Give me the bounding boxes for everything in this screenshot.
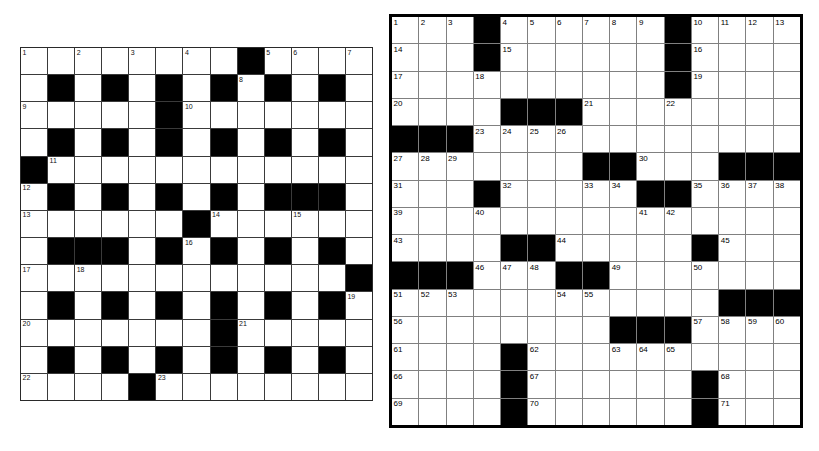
- white-cell-r2c10[interactable]: [637, 44, 663, 70]
- white-cell-r12c5[interactable]: [129, 347, 155, 373]
- white-cell-r11c6[interactable]: [528, 290, 554, 316]
- white-cell-r7c8[interactable]: 33: [583, 181, 609, 207]
- white-cell-r6c10[interactable]: 30: [637, 153, 663, 179]
- white-cell-r13c13[interactable]: [719, 344, 745, 370]
- white-cell-r13c11[interactable]: [292, 374, 318, 400]
- white-cell-r4c7[interactable]: [183, 129, 209, 155]
- white-cell-r11c7[interactable]: [183, 320, 209, 346]
- white-cell-r8c10[interactable]: 41: [637, 208, 663, 234]
- white-cell-r4c2[interactable]: [419, 99, 445, 125]
- white-cell-r2c8[interactable]: [583, 44, 609, 70]
- white-cell-r3c5[interactable]: [129, 102, 155, 128]
- white-cell-r12c14[interactable]: 59: [746, 317, 772, 343]
- white-cell-r13c13[interactable]: [346, 374, 372, 400]
- white-cell-r10c10[interactable]: [637, 262, 663, 288]
- white-cell-r13c4[interactable]: [102, 374, 128, 400]
- white-cell-r12c8[interactable]: [583, 317, 609, 343]
- white-cell-r15c7[interactable]: [556, 399, 582, 425]
- white-cell-r8c13[interactable]: [346, 238, 372, 264]
- white-cell-r5c9[interactable]: [238, 157, 264, 183]
- white-cell-r8c4[interactable]: 40: [474, 208, 500, 234]
- white-cell-r5c7[interactable]: 26: [556, 126, 582, 152]
- white-cell-r10c13[interactable]: 19: [346, 292, 372, 318]
- white-cell-r1c2[interactable]: [48, 48, 74, 74]
- white-cell-r3c14[interactable]: [746, 72, 772, 98]
- white-cell-r12c11[interactable]: [292, 347, 318, 373]
- white-cell-r6c3[interactable]: [75, 184, 101, 210]
- white-cell-r6c13[interactable]: [346, 184, 372, 210]
- white-cell-r1c12[interactable]: 10: [692, 17, 718, 43]
- white-cell-r6c2[interactable]: 28: [419, 153, 445, 179]
- white-cell-r14c10[interactable]: [637, 371, 663, 397]
- white-cell-r1c4[interactable]: [102, 48, 128, 74]
- white-cell-r1c8[interactable]: [211, 48, 237, 74]
- white-cell-r15c15[interactable]: [774, 399, 800, 425]
- white-cell-r1c5[interactable]: 4: [501, 17, 527, 43]
- white-cell-r15c13[interactable]: 71: [719, 399, 745, 425]
- white-cell-r11c3[interactable]: 53: [447, 290, 473, 316]
- white-cell-r10c5[interactable]: 47: [501, 262, 527, 288]
- white-cell-r11c4[interactable]: [474, 290, 500, 316]
- white-cell-r13c9[interactable]: [238, 374, 264, 400]
- white-cell-r12c7[interactable]: [183, 347, 209, 373]
- white-cell-r3c10[interactable]: [637, 72, 663, 98]
- white-cell-r7c3[interactable]: [75, 211, 101, 237]
- white-cell-r13c2[interactable]: [419, 344, 445, 370]
- white-cell-r7c5[interactable]: 32: [501, 181, 527, 207]
- white-cell-r8c1[interactable]: 39: [392, 208, 418, 234]
- white-cell-r9c10[interactable]: [265, 265, 291, 291]
- white-cell-r2c5[interactable]: [129, 75, 155, 101]
- white-cell-r6c1[interactable]: 27: [392, 153, 418, 179]
- white-cell-r2c7[interactable]: [556, 44, 582, 70]
- white-cell-r7c3[interactable]: [447, 181, 473, 207]
- white-cell-r11c10[interactable]: [265, 320, 291, 346]
- white-cell-r3c8[interactable]: [583, 72, 609, 98]
- white-cell-r8c1[interactable]: [21, 238, 47, 264]
- white-cell-r9c7[interactable]: 44: [556, 235, 582, 261]
- white-cell-r11c5[interactable]: [501, 290, 527, 316]
- white-cell-r9c1[interactable]: 43: [392, 235, 418, 261]
- white-cell-r6c12[interactable]: [692, 153, 718, 179]
- white-cell-r3c11[interactable]: [292, 102, 318, 128]
- white-cell-r5c5[interactable]: 24: [501, 126, 527, 152]
- white-cell-r3c15[interactable]: [774, 72, 800, 98]
- white-cell-r9c8[interactable]: [583, 235, 609, 261]
- white-cell-r5c4[interactable]: [102, 157, 128, 183]
- white-cell-r13c1[interactable]: 22: [21, 374, 47, 400]
- white-cell-r6c7[interactable]: [556, 153, 582, 179]
- white-cell-r12c7[interactable]: [556, 317, 582, 343]
- white-cell-r5c2[interactable]: 11: [48, 157, 74, 183]
- white-cell-r10c14[interactable]: [746, 262, 772, 288]
- white-cell-r5c6[interactable]: 25: [528, 126, 554, 152]
- white-cell-r4c3[interactable]: [75, 129, 101, 155]
- white-cell-r5c14[interactable]: [746, 126, 772, 152]
- white-cell-r4c9[interactable]: [610, 99, 636, 125]
- white-cell-r3c5[interactable]: [501, 72, 527, 98]
- white-cell-r5c11[interactable]: [292, 157, 318, 183]
- white-cell-r3c2[interactable]: [419, 72, 445, 98]
- white-cell-r3c1[interactable]: 17: [392, 72, 418, 98]
- white-cell-r1c1[interactable]: 1: [21, 48, 47, 74]
- white-cell-r8c5[interactable]: [129, 238, 155, 264]
- white-cell-r11c13[interactable]: [346, 320, 372, 346]
- white-cell-r1c10[interactable]: 5: [265, 48, 291, 74]
- white-cell-r13c14[interactable]: [746, 344, 772, 370]
- white-cell-r10c4[interactable]: 46: [474, 262, 500, 288]
- white-cell-r7c13[interactable]: [346, 211, 372, 237]
- white-cell-r11c4[interactable]: [102, 320, 128, 346]
- white-cell-r9c2[interactable]: [419, 235, 445, 261]
- white-cell-r1c6[interactable]: [156, 48, 182, 74]
- white-cell-r2c15[interactable]: [774, 44, 800, 70]
- white-cell-r8c5[interactable]: [501, 208, 527, 234]
- white-cell-r7c4[interactable]: [102, 211, 128, 237]
- white-cell-r11c10[interactable]: [637, 290, 663, 316]
- white-cell-r2c5[interactable]: 15: [501, 44, 527, 70]
- white-cell-r3c3[interactable]: [75, 102, 101, 128]
- white-cell-r3c6[interactable]: [528, 72, 554, 98]
- white-cell-r11c11[interactable]: [665, 290, 691, 316]
- white-cell-r8c7[interactable]: 16: [183, 238, 209, 264]
- white-cell-r14c3[interactable]: [447, 371, 473, 397]
- white-cell-r4c3[interactable]: [447, 99, 473, 125]
- white-cell-r14c14[interactable]: [746, 371, 772, 397]
- white-cell-r5c5[interactable]: [129, 157, 155, 183]
- white-cell-r11c12[interactable]: [692, 290, 718, 316]
- white-cell-r1c1[interactable]: 1: [392, 17, 418, 43]
- white-cell-r13c7[interactable]: [556, 344, 582, 370]
- white-cell-r13c8[interactable]: [583, 344, 609, 370]
- white-cell-r4c9[interactable]: [238, 129, 264, 155]
- white-cell-r9c5[interactable]: [129, 265, 155, 291]
- white-cell-r1c5[interactable]: 3: [129, 48, 155, 74]
- white-cell-r12c1[interactable]: [21, 347, 47, 373]
- white-cell-r9c11[interactable]: [665, 235, 691, 261]
- white-cell-r4c1[interactable]: [21, 129, 47, 155]
- white-cell-r3c7[interactable]: 10: [183, 102, 209, 128]
- white-cell-r3c3[interactable]: [447, 72, 473, 98]
- white-cell-r8c11[interactable]: 42: [665, 208, 691, 234]
- white-cell-r7c8[interactable]: 14: [211, 211, 237, 237]
- white-cell-r1c13[interactable]: 7: [346, 48, 372, 74]
- white-cell-r7c12[interactable]: [319, 211, 345, 237]
- white-cell-r2c1[interactable]: [21, 75, 47, 101]
- white-cell-r1c3[interactable]: 3: [447, 17, 473, 43]
- white-cell-r1c2[interactable]: 2: [419, 17, 445, 43]
- white-cell-r7c10[interactable]: [265, 211, 291, 237]
- white-cell-r2c13[interactable]: [346, 75, 372, 101]
- white-cell-r11c3[interactable]: [75, 320, 101, 346]
- white-cell-r2c3[interactable]: [447, 44, 473, 70]
- white-cell-r7c2[interactable]: [48, 211, 74, 237]
- white-cell-r14c2[interactable]: [419, 371, 445, 397]
- white-cell-r11c9[interactable]: [610, 290, 636, 316]
- white-cell-r3c4[interactable]: 18: [474, 72, 500, 98]
- white-cell-r12c5[interactable]: [501, 317, 527, 343]
- white-cell-r7c15[interactable]: 38: [774, 181, 800, 207]
- white-cell-r7c6[interactable]: [156, 211, 182, 237]
- white-cell-r13c3[interactable]: [447, 344, 473, 370]
- white-cell-r2c13[interactable]: [719, 44, 745, 70]
- white-cell-r9c13[interactable]: 45: [719, 235, 745, 261]
- white-cell-r15c11[interactable]: [665, 399, 691, 425]
- white-cell-r10c12[interactable]: 50: [692, 262, 718, 288]
- white-cell-r8c8[interactable]: [583, 208, 609, 234]
- white-cell-r11c1[interactable]: 51: [392, 290, 418, 316]
- white-cell-r15c6[interactable]: 70: [528, 399, 554, 425]
- white-cell-r8c9[interactable]: [610, 208, 636, 234]
- white-cell-r3c12[interactable]: 19: [692, 72, 718, 98]
- white-cell-r2c2[interactable]: [419, 44, 445, 70]
- white-cell-r5c11[interactable]: [665, 126, 691, 152]
- white-cell-r11c12[interactable]: [319, 320, 345, 346]
- white-cell-r6c5[interactable]: [129, 184, 155, 210]
- white-cell-r1c6[interactable]: 5: [528, 17, 554, 43]
- white-cell-r5c8[interactable]: [583, 126, 609, 152]
- white-cell-r4c15[interactable]: [774, 99, 800, 125]
- white-cell-r8c2[interactable]: [419, 208, 445, 234]
- white-cell-r14c13[interactable]: 68: [719, 371, 745, 397]
- white-cell-r1c11[interactable]: 6: [292, 48, 318, 74]
- white-cell-r10c13[interactable]: [719, 262, 745, 288]
- white-cell-r5c12[interactable]: [319, 157, 345, 183]
- white-cell-r3c4[interactable]: [102, 102, 128, 128]
- white-cell-r5c3[interactable]: [75, 157, 101, 183]
- white-cell-r10c1[interactable]: [21, 292, 47, 318]
- white-cell-r9c6[interactable]: [156, 265, 182, 291]
- white-cell-r3c13[interactable]: [719, 72, 745, 98]
- white-cell-r5c6[interactable]: [156, 157, 182, 183]
- white-cell-r7c1[interactable]: 31: [392, 181, 418, 207]
- white-cell-r10c7[interactable]: [183, 292, 209, 318]
- white-cell-r3c9[interactable]: [610, 72, 636, 98]
- white-cell-r7c6[interactable]: [528, 181, 554, 207]
- white-cell-r10c11[interactable]: [665, 262, 691, 288]
- white-cell-r2c12[interactable]: 16: [692, 44, 718, 70]
- white-cell-r5c10[interactable]: [637, 126, 663, 152]
- white-cell-r13c6[interactable]: 23: [156, 374, 182, 400]
- white-cell-r5c13[interactable]: [346, 157, 372, 183]
- white-cell-r13c7[interactable]: [183, 374, 209, 400]
- white-cell-r14c1[interactable]: 66: [392, 371, 418, 397]
- white-cell-r1c7[interactable]: 4: [183, 48, 209, 74]
- white-cell-r11c9[interactable]: 21: [238, 320, 264, 346]
- white-cell-r1c10[interactable]: 9: [637, 17, 663, 43]
- white-cell-r4c5[interactable]: [129, 129, 155, 155]
- white-cell-r7c13[interactable]: 36: [719, 181, 745, 207]
- white-cell-r13c10[interactable]: 64: [637, 344, 663, 370]
- white-cell-r13c12[interactable]: [692, 344, 718, 370]
- white-cell-r10c5[interactable]: [129, 292, 155, 318]
- white-cell-r1c7[interactable]: 6: [556, 17, 582, 43]
- white-cell-r6c7[interactable]: [183, 184, 209, 210]
- white-cell-r13c1[interactable]: 61: [392, 344, 418, 370]
- white-cell-r10c9[interactable]: [238, 292, 264, 318]
- white-cell-r13c15[interactable]: [774, 344, 800, 370]
- white-cell-r2c3[interactable]: [75, 75, 101, 101]
- white-cell-r2c14[interactable]: [746, 44, 772, 70]
- white-cell-r6c1[interactable]: 12: [21, 184, 47, 210]
- white-cell-r13c11[interactable]: 65: [665, 344, 691, 370]
- white-cell-r1c8[interactable]: 7: [583, 17, 609, 43]
- white-cell-r10c3[interactable]: [75, 292, 101, 318]
- white-cell-r9c1[interactable]: 17: [21, 265, 47, 291]
- white-cell-r11c11[interactable]: [292, 320, 318, 346]
- white-cell-r15c1[interactable]: 69: [392, 399, 418, 425]
- white-cell-r9c7[interactable]: [183, 265, 209, 291]
- white-cell-r12c9[interactable]: [238, 347, 264, 373]
- white-cell-r1c14[interactable]: 12: [746, 17, 772, 43]
- white-cell-r4c4[interactable]: [474, 99, 500, 125]
- white-cell-r3c13[interactable]: [346, 102, 372, 128]
- white-cell-r2c1[interactable]: 14: [392, 44, 418, 70]
- white-cell-r4c13[interactable]: [346, 129, 372, 155]
- white-cell-r6c6[interactable]: [528, 153, 554, 179]
- white-cell-r8c12[interactable]: [692, 208, 718, 234]
- white-cell-r3c1[interactable]: 9: [21, 102, 47, 128]
- white-cell-r3c10[interactable]: [265, 102, 291, 128]
- white-cell-r13c9[interactable]: 63: [610, 344, 636, 370]
- white-cell-r9c3[interactable]: [447, 235, 473, 261]
- white-cell-r13c2[interactable]: [48, 374, 74, 400]
- white-cell-r9c8[interactable]: [211, 265, 237, 291]
- white-cell-r7c12[interactable]: 35: [692, 181, 718, 207]
- white-cell-r12c13[interactable]: 58: [719, 317, 745, 343]
- white-cell-r4c11[interactable]: [292, 129, 318, 155]
- white-cell-r14c8[interactable]: [583, 371, 609, 397]
- white-cell-r5c8[interactable]: [211, 157, 237, 183]
- white-cell-r15c10[interactable]: [637, 399, 663, 425]
- white-cell-r6c11[interactable]: [665, 153, 691, 179]
- white-cell-r11c5[interactable]: [129, 320, 155, 346]
- white-cell-r3c12[interactable]: [319, 102, 345, 128]
- white-cell-r4c13[interactable]: [719, 99, 745, 125]
- white-cell-r7c1[interactable]: 13: [21, 211, 47, 237]
- white-cell-r5c13[interactable]: [719, 126, 745, 152]
- white-cell-r12c13[interactable]: [346, 347, 372, 373]
- white-cell-r3c8[interactable]: [211, 102, 237, 128]
- white-cell-r1c12[interactable]: [319, 48, 345, 74]
- white-cell-r6c5[interactable]: [501, 153, 527, 179]
- white-cell-r3c9[interactable]: [238, 102, 264, 128]
- white-cell-r11c2[interactable]: [48, 320, 74, 346]
- white-cell-r9c12[interactable]: [319, 265, 345, 291]
- white-cell-r2c9[interactable]: [610, 44, 636, 70]
- white-cell-r10c6[interactable]: 48: [528, 262, 554, 288]
- white-cell-r5c9[interactable]: [610, 126, 636, 152]
- white-cell-r9c9[interactable]: [610, 235, 636, 261]
- white-cell-r11c1[interactable]: 20: [21, 320, 47, 346]
- white-cell-r8c3[interactable]: [447, 208, 473, 234]
- white-cell-r6c4[interactable]: [474, 153, 500, 179]
- white-cell-r6c3[interactable]: 29: [447, 153, 473, 179]
- white-cell-r9c2[interactable]: [48, 265, 74, 291]
- white-cell-r2c6[interactable]: [528, 44, 554, 70]
- white-cell-r7c9[interactable]: 34: [610, 181, 636, 207]
- white-cell-r9c14[interactable]: [746, 235, 772, 261]
- white-cell-r9c3[interactable]: 18: [75, 265, 101, 291]
- white-cell-r13c12[interactable]: [319, 374, 345, 400]
- white-cell-r12c3[interactable]: [75, 347, 101, 373]
- white-cell-r9c11[interactable]: [292, 265, 318, 291]
- white-cell-r5c10[interactable]: [265, 157, 291, 183]
- white-cell-r15c9[interactable]: [610, 399, 636, 425]
- white-cell-r2c11[interactable]: [292, 75, 318, 101]
- white-cell-r14c7[interactable]: [556, 371, 582, 397]
- white-cell-r15c8[interactable]: [583, 399, 609, 425]
- white-cell-r8c9[interactable]: [238, 238, 264, 264]
- white-cell-r8c14[interactable]: [746, 208, 772, 234]
- white-cell-r1c3[interactable]: 2: [75, 48, 101, 74]
- white-cell-r8c11[interactable]: [292, 238, 318, 264]
- white-cell-r13c10[interactable]: [265, 374, 291, 400]
- white-cell-r2c9[interactable]: 8: [238, 75, 264, 101]
- white-cell-r13c4[interactable]: [474, 344, 500, 370]
- white-cell-r1c13[interactable]: 11: [719, 17, 745, 43]
- white-cell-r10c11[interactable]: [292, 292, 318, 318]
- white-cell-r11c2[interactable]: 52: [419, 290, 445, 316]
- white-cell-r15c4[interactable]: [474, 399, 500, 425]
- white-cell-r14c6[interactable]: 67: [528, 371, 554, 397]
- white-cell-r10c9[interactable]: 49: [610, 262, 636, 288]
- white-cell-r9c4[interactable]: [474, 235, 500, 261]
- white-cell-r4c12[interactable]: [692, 99, 718, 125]
- white-cell-r11c7[interactable]: 54: [556, 290, 582, 316]
- white-cell-r14c4[interactable]: [474, 371, 500, 397]
- white-cell-r5c15[interactable]: [774, 126, 800, 152]
- white-cell-r7c14[interactable]: 37: [746, 181, 772, 207]
- white-cell-r4c11[interactable]: 22: [665, 99, 691, 125]
- white-cell-r7c7[interactable]: [556, 181, 582, 207]
- white-cell-r12c1[interactable]: 56: [392, 317, 418, 343]
- white-cell-r13c8[interactable]: [211, 374, 237, 400]
- white-cell-r14c11[interactable]: [665, 371, 691, 397]
- white-cell-r11c8[interactable]: 55: [583, 290, 609, 316]
- white-cell-r7c2[interactable]: [419, 181, 445, 207]
- white-cell-r9c10[interactable]: [637, 235, 663, 261]
- white-cell-r12c6[interactable]: [528, 317, 554, 343]
- white-cell-r14c15[interactable]: [774, 371, 800, 397]
- white-cell-r8c6[interactable]: [528, 208, 554, 234]
- white-cell-r4c8[interactable]: 21: [583, 99, 609, 125]
- white-cell-r3c7[interactable]: [556, 72, 582, 98]
- white-cell-r6c9[interactable]: [238, 184, 264, 210]
- white-cell-r12c4[interactable]: [474, 317, 500, 343]
- white-cell-r9c4[interactable]: [102, 265, 128, 291]
- white-cell-r10c15[interactable]: [774, 262, 800, 288]
- white-cell-r12c3[interactable]: [447, 317, 473, 343]
- white-cell-r8c7[interactable]: [556, 208, 582, 234]
- white-cell-r2c7[interactable]: [183, 75, 209, 101]
- white-cell-r9c15[interactable]: [774, 235, 800, 261]
- white-cell-r3c2[interactable]: [48, 102, 74, 128]
- white-cell-r14c9[interactable]: [610, 371, 636, 397]
- white-cell-r12c2[interactable]: [419, 317, 445, 343]
- white-cell-r12c12[interactable]: 57: [692, 317, 718, 343]
- white-cell-r15c3[interactable]: [447, 399, 473, 425]
- white-cell-r7c5[interactable]: [129, 211, 155, 237]
- white-cell-r13c6[interactable]: 62: [528, 344, 554, 370]
- white-cell-r9c9[interactable]: [238, 265, 264, 291]
- white-cell-r11c6[interactable]: [156, 320, 182, 346]
- white-cell-r1c9[interactable]: 8: [610, 17, 636, 43]
- white-cell-r1c15[interactable]: 13: [774, 17, 800, 43]
- white-cell-r13c3[interactable]: [75, 374, 101, 400]
- white-cell-r15c14[interactable]: [746, 399, 772, 425]
- white-cell-r4c10[interactable]: [637, 99, 663, 125]
